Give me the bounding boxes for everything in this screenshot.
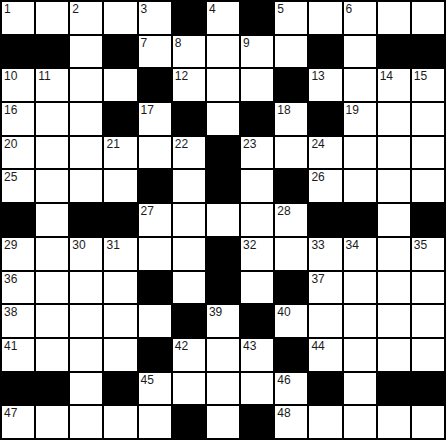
crossword-cell[interactable] [344,170,376,202]
crossword-cell[interactable] [412,305,444,337]
crossword-cell[interactable] [412,339,444,371]
clue-number: 33 [311,238,324,252]
black-cell [344,204,376,236]
clue-number: 22 [175,137,188,151]
crossword-cell[interactable] [241,204,273,236]
crossword-cell[interactable] [275,238,307,270]
crossword-cell[interactable] [378,339,410,371]
clue-number: 24 [311,137,324,151]
crossword-cell[interactable]: 15 [412,69,444,101]
clue-number: 3 [141,2,148,16]
clue-number: 12 [175,69,188,83]
crossword-cell[interactable]: 42 [173,339,205,371]
clue-number: 25 [4,170,17,184]
black-cell [241,406,273,438]
crossword-cell[interactable] [36,204,68,236]
crossword-cell[interactable] [36,339,68,371]
clue-number: 44 [311,339,324,353]
clue-number: 11 [38,69,50,83]
crossword-cell[interactable] [36,103,68,135]
clue-number: 28 [277,204,290,218]
black-cell [207,137,239,169]
crossword-cell[interactable]: 7 [139,36,171,68]
crossword-cell[interactable]: 4 [207,2,239,34]
black-cell [275,272,307,304]
crossword-cell[interactable] [70,36,102,68]
black-cell [275,69,307,101]
crossword-cell[interactable] [344,36,376,68]
crossword-cell[interactable] [344,373,376,405]
crossword-cell[interactable] [412,406,444,438]
crossword-cell[interactable] [173,170,205,202]
crossword-cell[interactable]: 26 [309,170,341,202]
crossword-cell[interactable] [139,406,171,438]
black-cell [104,103,136,135]
clue-number: 45 [141,373,154,387]
crossword-cell[interactable] [104,305,136,337]
crossword-cell[interactable] [104,406,136,438]
crossword-cell[interactable] [275,137,307,169]
crossword-cell[interactable] [207,204,239,236]
black-cell [378,373,410,405]
black-cell [309,103,341,135]
black-cell [139,339,171,371]
clue-number: 13 [311,69,324,83]
clue-number: 30 [72,238,85,252]
black-cell [207,238,239,270]
black-cell [412,204,444,236]
crossword-cell[interactable] [378,170,410,202]
black-cell [139,272,171,304]
crossword-cell[interactable]: 1 [2,2,34,34]
black-cell [36,373,68,405]
clue-number: 41 [4,339,17,353]
crossword-cell[interactable]: 31 [104,238,136,270]
clue-number: 27 [141,204,154,218]
crossword-cell[interactable] [344,69,376,101]
crossword-cell[interactable]: 38 [2,305,34,337]
crossword-cell[interactable] [344,305,376,337]
crossword-cell[interactable]: 21 [104,137,136,169]
crossword-cell[interactable] [309,406,341,438]
crossword-cell[interactable] [139,238,171,270]
crossword-cell[interactable] [36,272,68,304]
clue-number: 8 [175,36,182,50]
crossword-cell[interactable] [173,373,205,405]
black-cell [207,272,239,304]
crossword-cell[interactable] [241,373,273,405]
black-cell [309,204,341,236]
crossword-cell[interactable] [412,272,444,304]
crossword-cell[interactable]: 32 [241,238,273,270]
crossword-cell[interactable] [412,137,444,169]
crossword-cell[interactable] [378,204,410,236]
crossword-cell[interactable] [70,137,102,169]
clue-number: 21 [106,137,119,151]
crossword-board: 1234567891011121314151617181920212223242… [0,0,446,440]
crossword-cell[interactable] [344,339,376,371]
crossword-cell[interactable]: 25 [2,170,34,202]
crossword-cell[interactable] [344,272,376,304]
crossword-cell[interactable]: 39 [207,305,239,337]
crossword-cell[interactable] [207,406,239,438]
crossword-cell[interactable] [36,305,68,337]
crossword-cell[interactable] [309,2,341,34]
crossword-cell[interactable]: 13 [309,69,341,101]
crossword-cell[interactable] [104,69,136,101]
crossword-cell[interactable] [104,170,136,202]
clue-number: 31 [106,238,119,252]
clue-number: 38 [4,305,17,319]
crossword-cell[interactable] [36,137,68,169]
clue-number: 10 [4,69,17,83]
crossword-cell[interactable] [70,406,102,438]
black-cell [378,36,410,68]
crossword-cell[interactable] [207,69,239,101]
crossword-cell[interactable] [378,406,410,438]
black-cell [412,373,444,405]
crossword-cell[interactable] [241,170,273,202]
crossword-cell[interactable]: 20 [2,137,34,169]
black-cell [2,204,34,236]
crossword-cell[interactable]: 19 [344,103,376,135]
crossword-cell[interactable]: 28 [275,204,307,236]
clue-number: 34 [346,238,359,252]
clue-number: 7 [141,36,148,50]
clue-number: 20 [4,137,17,151]
crossword-cell[interactable]: 36 [2,272,34,304]
crossword-cell[interactable]: 2 [70,2,102,34]
crossword-cell[interactable] [36,406,68,438]
crossword-cell[interactable] [104,2,136,34]
black-cell [275,170,307,202]
clue-number: 6 [346,2,353,16]
clue-number: 9 [243,36,250,50]
clue-number: 4 [209,2,216,16]
black-cell [104,373,136,405]
crossword-cell[interactable] [378,272,410,304]
crossword-cell[interactable] [36,170,68,202]
clue-number: 48 [277,406,290,420]
black-cell [2,36,34,68]
clue-number: 26 [311,170,324,184]
clue-number: 16 [4,103,17,117]
crossword-cell[interactable] [207,103,239,135]
clue-number: 2 [72,2,79,16]
crossword-cell[interactable] [378,2,410,34]
clue-number: 37 [311,272,324,286]
crossword-cell[interactable] [139,137,171,169]
black-cell [2,373,34,405]
clue-number: 32 [243,238,256,252]
black-cell [173,406,205,438]
crossword-cell[interactable]: 45 [139,373,171,405]
crossword-cell[interactable]: 30 [70,238,102,270]
crossword-cell[interactable]: 27 [139,204,171,236]
clue-number: 47 [4,406,17,420]
crossword-cell[interactable]: 33 [309,238,341,270]
crossword-cell[interactable]: 5 [275,2,307,34]
clue-number: 35 [414,238,427,252]
crossword-cell[interactable] [104,272,136,304]
crossword-cell[interactable]: 23 [241,137,273,169]
crossword-cell[interactable] [70,339,102,371]
black-cell [104,36,136,68]
crossword-cell[interactable]: 29 [2,238,34,270]
crossword-cell[interactable]: 14 [378,69,410,101]
crossword-cell[interactable] [412,170,444,202]
black-cell [412,36,444,68]
crossword-cell[interactable]: 22 [173,137,205,169]
crossword-cell[interactable] [378,103,410,135]
crossword-cell[interactable] [70,170,102,202]
crossword-cell[interactable]: 35 [412,238,444,270]
crossword-cell[interactable]: 3 [139,2,171,34]
black-cell [207,170,239,202]
crossword-cell[interactable]: 24 [309,137,341,169]
black-cell [139,170,171,202]
crossword-cell[interactable]: 46 [275,373,307,405]
black-cell [309,36,341,68]
clue-number: 5 [277,2,284,16]
crossword-cell[interactable]: 10 [2,69,34,101]
crossword-cell[interactable]: 44 [309,339,341,371]
crossword-cell[interactable] [36,2,68,34]
clue-number: 18 [277,103,290,117]
clue-number: 40 [277,305,290,319]
crossword-cell[interactable] [412,103,444,135]
crossword-cell[interactable]: 34 [344,238,376,270]
crossword-cell[interactable] [241,69,273,101]
black-cell [36,36,68,68]
black-cell [139,69,171,101]
crossword-cell[interactable] [412,2,444,34]
crossword-cell[interactable]: 18 [275,103,307,135]
crossword-cell[interactable]: 12 [173,69,205,101]
clue-number: 42 [175,339,188,353]
clue-number: 17 [141,103,154,117]
crossword-cell[interactable] [378,238,410,270]
crossword-cell[interactable]: 41 [2,339,34,371]
crossword-cell[interactable] [139,305,171,337]
black-cell [241,2,273,34]
clue-number: 19 [346,103,359,117]
crossword-cell[interactable] [70,69,102,101]
clue-number: 14 [380,69,393,83]
black-cell [309,373,341,405]
black-cell [173,2,205,34]
crossword-cell[interactable]: 47 [2,406,34,438]
crossword-cell[interactable]: 37 [309,272,341,304]
crossword-cell[interactable]: 6 [344,2,376,34]
clue-number: 46 [277,373,290,387]
crossword-cell[interactable] [70,272,102,304]
black-cell [173,103,205,135]
crossword-cell[interactable] [378,137,410,169]
clue-number: 43 [243,339,256,353]
crossword-cell[interactable] [173,238,205,270]
crossword-cell[interactable] [207,373,239,405]
crossword-cell[interactable]: 48 [275,406,307,438]
crossword-cell[interactable] [104,339,136,371]
crossword-cell[interactable] [70,305,102,337]
clue-number: 29 [4,238,17,252]
crossword-cell[interactable]: 11 [36,69,68,101]
black-cell [70,204,102,236]
crossword-cell[interactable]: 17 [139,103,171,135]
crossword-cell[interactable]: 40 [275,305,307,337]
crossword-cell[interactable] [173,272,205,304]
clue-number: 23 [243,137,256,151]
crossword-cell[interactable] [207,36,239,68]
crossword-cell[interactable] [70,103,102,135]
crossword-cell[interactable] [275,36,307,68]
clue-number: 15 [414,69,427,83]
crossword-cell[interactable] [207,339,239,371]
crossword-cell[interactable] [36,238,68,270]
clue-number: 1 [4,2,11,16]
crossword-cell[interactable]: 9 [241,36,273,68]
clue-number: 36 [4,272,17,286]
black-cell [241,103,273,135]
black-cell [173,305,205,337]
crossword-cell[interactable]: 16 [2,103,34,135]
crossword-cell[interactable] [344,406,376,438]
crossword-cell[interactable] [70,373,102,405]
crossword-cell[interactable] [241,272,273,304]
crossword-cell[interactable] [344,137,376,169]
black-cell [104,204,136,236]
crossword-cell[interactable]: 43 [241,339,273,371]
black-cell [241,305,273,337]
black-cell [275,339,307,371]
crossword-cell[interactable] [173,204,205,236]
clue-number: 39 [209,305,222,319]
crossword-cell[interactable] [309,305,341,337]
crossword-cell[interactable]: 8 [173,36,205,68]
crossword-cell[interactable] [378,305,410,337]
